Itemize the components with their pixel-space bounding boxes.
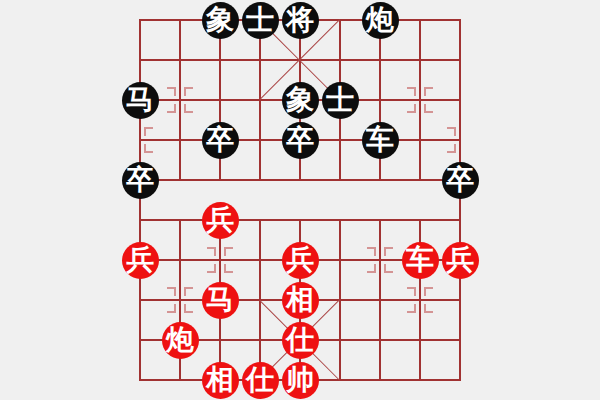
point-marker — [447, 127, 456, 136]
piece-black-horse[interactable]: 马 — [122, 82, 159, 119]
piece-black-advisor[interactable]: 士 — [242, 2, 279, 39]
grid-line-vertical — [459, 19, 461, 381]
piece-black-chariot[interactable]: 车 — [362, 122, 399, 159]
point-marker — [367, 264, 376, 273]
point-marker — [167, 287, 176, 296]
grid-line-vertical — [179, 19, 181, 181]
point-marker — [167, 104, 176, 113]
piece-red-soldier[interactable]: 兵 — [282, 242, 319, 279]
piece-black-elephant[interactable]: 象 — [202, 2, 239, 39]
piece-red-elephant[interactable]: 相 — [282, 282, 319, 319]
point-marker — [407, 304, 416, 313]
piece-black-soldier[interactable]: 卒 — [442, 162, 479, 199]
piece-red-soldier[interactable]: 兵 — [122, 242, 159, 279]
point-marker — [407, 104, 416, 113]
point-marker — [144, 127, 153, 136]
piece-black-soldier[interactable]: 卒 — [282, 122, 319, 159]
point-marker — [224, 247, 233, 256]
point-marker — [207, 247, 216, 256]
point-marker — [424, 104, 433, 113]
point-marker — [424, 304, 433, 313]
piece-red-cannon[interactable]: 炮 — [162, 322, 199, 359]
point-marker — [367, 247, 376, 256]
piece-red-general[interactable]: 帅 — [282, 362, 319, 399]
point-marker — [184, 104, 193, 113]
grid-line-vertical — [419, 19, 421, 181]
piece-red-advisor[interactable]: 仕 — [282, 322, 319, 359]
xiangqi-board[interactable]: 象士将炮马象士卒卒车卒卒兵兵兵车兵马相炮仕相仕帅 — [0, 0, 600, 400]
piece-black-general[interactable]: 将 — [282, 2, 319, 39]
piece-red-chariot[interactable]: 车 — [402, 242, 439, 279]
piece-black-soldier[interactable]: 卒 — [202, 122, 239, 159]
piece-black-elephant[interactable]: 象 — [282, 82, 319, 119]
point-marker — [184, 287, 193, 296]
point-marker — [184, 304, 193, 313]
point-marker — [407, 87, 416, 96]
xiangqi-diagram: 象士将炮马象士卒卒车卒卒兵兵兵车兵马相炮仕相仕帅 — [0, 0, 600, 400]
point-marker — [167, 87, 176, 96]
point-marker — [384, 247, 393, 256]
point-marker — [407, 287, 416, 296]
piece-red-soldier[interactable]: 兵 — [442, 242, 479, 279]
point-marker — [224, 264, 233, 273]
point-marker — [447, 144, 456, 153]
point-marker — [184, 87, 193, 96]
piece-red-advisor[interactable]: 仕 — [242, 362, 279, 399]
point-marker — [144, 144, 153, 153]
piece-red-horse[interactable]: 马 — [202, 282, 239, 319]
grid-line-vertical — [379, 219, 381, 381]
piece-red-soldier[interactable]: 兵 — [202, 202, 239, 239]
piece-black-cannon[interactable]: 炮 — [362, 2, 399, 39]
piece-red-elephant[interactable]: 相 — [202, 362, 239, 399]
piece-black-advisor[interactable]: 士 — [322, 82, 359, 119]
grid-line-vertical — [139, 19, 141, 381]
point-marker — [424, 87, 433, 96]
point-marker — [207, 264, 216, 273]
piece-black-soldier[interactable]: 卒 — [122, 162, 159, 199]
point-marker — [384, 264, 393, 273]
point-marker — [167, 304, 176, 313]
point-marker — [424, 287, 433, 296]
